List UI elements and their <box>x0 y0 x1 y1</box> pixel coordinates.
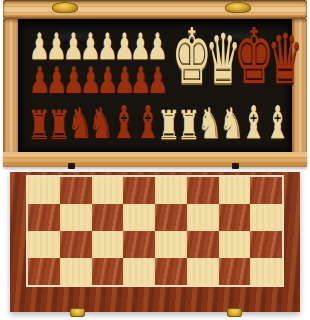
tray-row-red-pawns: ♟♟♟♟♟♟♟♟ <box>31 67 164 99</box>
red-pawn-piece: ♟ <box>147 62 168 99</box>
board-square <box>250 231 282 258</box>
board-square <box>250 204 282 231</box>
red-bishop-piece: ♝ <box>111 100 137 145</box>
board-square <box>60 177 92 204</box>
board-square <box>123 204 155 231</box>
board-square <box>123 258 155 285</box>
board-square <box>219 177 251 204</box>
light-bishop-piece: ♝ <box>264 100 290 145</box>
board-square <box>187 231 219 258</box>
board-square <box>155 231 187 258</box>
board-square <box>219 204 251 231</box>
box-interior: ♟♟♟♟♟♟♟♟ ♚♛♚♛ ♟♟♟♟♟♟♟♟ ♜♜♞♞♝♝♜♜♞♞♝♝ <box>3 19 307 152</box>
board-pinstripe <box>26 175 284 287</box>
storage-box: ♟♟♟♟♟♟♟♟ ♚♛♚♛ ♟♟♟♟♟♟♟♟ ♜♜♞♞♝♝♜♜♞♞♝♝ <box>3 0 307 167</box>
board-square <box>187 177 219 204</box>
brass-clasp-right <box>227 308 242 317</box>
board-square <box>123 231 155 258</box>
board-square <box>250 258 282 285</box>
board-square <box>123 177 155 204</box>
board-square <box>28 231 60 258</box>
tray-royals: ♚♛♚♛ <box>175 31 291 95</box>
board-square <box>250 177 282 204</box>
board-square <box>28 204 60 231</box>
felt-tray: ♟♟♟♟♟♟♟♟ ♚♛♚♛ ♟♟♟♟♟♟♟♟ ♜♜♞♞♝♝♜♜♞♞♝♝ <box>18 19 292 152</box>
chess-set-product-photo: ♟♟♟♟♟♟♟♟ ♚♛♚♛ ♟♟♟♟♟♟♟♟ ♜♜♞♞♝♝♜♜♞♞♝♝ <box>0 0 310 320</box>
light-bishop-piece: ♝ <box>241 100 267 145</box>
board-grid <box>28 177 282 285</box>
brass-clasp-left <box>70 308 85 317</box>
light-knight-piece: ♞ <box>197 102 221 145</box>
board-square <box>92 258 124 285</box>
board-square <box>92 204 124 231</box>
board-square <box>60 231 92 258</box>
brass-hinge-left <box>52 2 78 13</box>
board-square <box>28 258 60 285</box>
board-square <box>28 177 60 204</box>
board-square <box>92 177 124 204</box>
red-queen-piece: ♛ <box>267 26 303 95</box>
board-square <box>155 204 187 231</box>
box-front-plank <box>3 152 307 167</box>
hinge-pin-right <box>232 163 239 169</box>
board-square <box>219 258 251 285</box>
board-square <box>60 204 92 231</box>
tray-row-figures: ♜♜♞♞♝♝♜♜♞♞♝♝ <box>29 99 289 145</box>
board-square <box>155 258 187 285</box>
board-square <box>187 204 219 231</box>
board-square <box>187 258 219 285</box>
folded-chessboard <box>10 172 300 312</box>
box-wall-left <box>3 19 18 152</box>
board-square <box>60 258 92 285</box>
board-square <box>219 231 251 258</box>
hinge-pin-left <box>68 163 75 169</box>
board-square <box>155 177 187 204</box>
board-square <box>92 231 124 258</box>
